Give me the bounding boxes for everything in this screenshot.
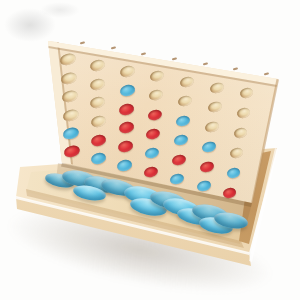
product-photo bbox=[0, 0, 300, 300]
tray-loose-discs bbox=[0, 0, 300, 300]
